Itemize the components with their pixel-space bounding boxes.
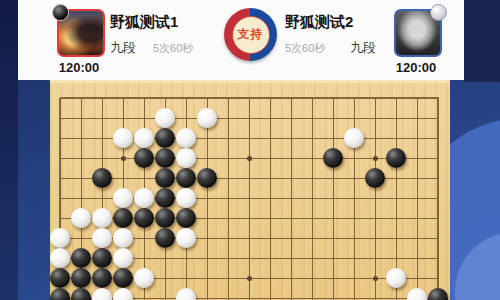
grid-line [291,98,292,300]
stone-white [113,288,133,300]
stone-black [176,168,196,188]
stone-black [50,268,70,288]
left-player-rank: 九段 [110,39,136,57]
right-player-name: 野狐测试2 [285,13,353,32]
app-screen: 120:00 野狐测试1 九段 5次60秒 支持 野狐测试2 5次60秒 九段 … [0,0,500,300]
star-point [373,156,378,161]
right-player-byoyomi: 5次60秒 [285,41,325,56]
grid-line [417,98,418,300]
grid-line [437,98,439,300]
grid-line [333,98,334,300]
stone-black [155,148,175,168]
star-point [247,276,252,281]
grid-line [375,98,376,300]
stone-black [155,228,175,248]
stone-black [155,128,175,148]
grid-line [249,98,250,300]
stone-white [134,188,154,208]
stone-white [176,228,196,248]
left-player-avatar[interactable] [57,9,105,57]
grid-line [60,118,439,119]
stone-white [92,228,112,248]
left-edge-band [0,0,18,300]
stone-white [134,128,154,148]
stone-white [113,228,133,248]
stone-white [71,208,91,228]
stone-white [176,288,196,300]
support-button[interactable]: 支持 [224,8,277,61]
stone-white [113,248,133,268]
support-button-inner: 支持 [232,16,270,54]
star-point [247,156,252,161]
stone-white [155,108,175,128]
stone-white [176,148,196,168]
right-player-avatar[interactable] [394,9,442,57]
stone-black [365,168,385,188]
stone-black [155,188,175,208]
stone-black [92,268,112,288]
stone-black [428,288,448,300]
stone-white [176,128,196,148]
stone-black [155,208,175,228]
star-point [373,276,378,281]
stone-white [386,268,406,288]
stone-white [50,228,70,248]
left-player-name: 野狐测试1 [110,13,178,32]
stone-white [92,288,112,300]
right-player-time: 120:00 [390,60,442,75]
support-button-label: 支持 [238,26,264,43]
stone-black [134,208,154,228]
stone-white [113,128,133,148]
grid-line [270,98,271,300]
stone-white [197,108,217,128]
stone-white [176,188,196,208]
board-top-edge [50,80,450,83]
star-point [121,156,126,161]
stone-white [92,208,112,228]
stone-black [113,268,133,288]
stone-black [71,288,91,300]
stone-black [113,208,133,228]
stone-black [323,148,343,168]
stone-black [134,148,154,168]
grid-line [60,97,439,99]
right-player-rank: 九段 [350,39,376,57]
grid-line [312,98,313,300]
white-stone-icon [430,4,447,21]
stone-white [113,188,133,208]
grid-line [207,98,208,300]
grid-line [228,98,229,300]
stone-black [50,288,70,300]
stone-black [155,168,175,188]
stone-black [71,248,91,268]
left-player-time: 120:00 [53,60,105,75]
goban[interactable] [50,80,450,300]
right-edge-band [464,0,500,82]
stone-black [176,208,196,228]
stone-black [386,148,406,168]
stone-white [344,128,364,148]
left-player-byoyomi: 5次60秒 [153,41,193,56]
black-stone-icon [52,4,69,21]
stone-black [197,168,217,188]
stone-white [50,248,70,268]
stone-black [71,268,91,288]
stone-white [407,288,427,300]
stone-black [92,248,112,268]
stone-black [92,168,112,188]
stone-white [134,268,154,288]
